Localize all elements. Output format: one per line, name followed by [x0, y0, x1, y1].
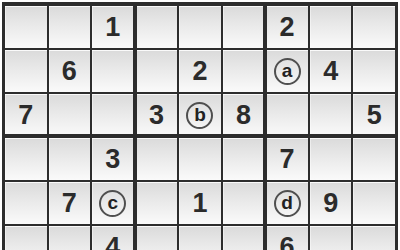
cell-r5c8[interactable]: 9 [310, 182, 352, 224]
circled-letter-b: b [186, 102, 213, 129]
cell-r3c4[interactable]: 3 [136, 94, 178, 136]
given-digit: 8 [236, 100, 251, 131]
given-digit: 7 [18, 100, 33, 131]
cell-r2c9[interactable] [353, 50, 395, 92]
cell-r1c3[interactable]: 1 [92, 6, 134, 48]
given-digit: 3 [105, 144, 120, 175]
given-digit: 5 [367, 100, 382, 131]
cell-r6c8[interactable] [310, 226, 352, 250]
given-digit: 3 [149, 100, 164, 131]
sudoku-screenshot: 1262a473b85377c1d946 [0, 0, 400, 250]
given-digit: 1 [192, 188, 207, 219]
cell-r3c7[interactable] [266, 94, 308, 136]
cell-r5c6[interactable] [223, 182, 265, 224]
cell-r3c8[interactable] [310, 94, 352, 136]
cell-r1c1[interactable] [5, 6, 47, 48]
given-digit: 2 [192, 56, 207, 87]
circled-letter-d: d [274, 190, 301, 217]
cell-r6c5[interactable] [179, 226, 221, 250]
cell-r6c3[interactable]: 4 [92, 226, 134, 250]
cell-r6c4[interactable] [136, 226, 178, 250]
cell-r2c2[interactable]: 6 [49, 50, 91, 92]
cell-r5c7[interactable]: d [266, 182, 308, 224]
given-digit: 9 [323, 188, 338, 219]
cell-r4c8[interactable] [310, 138, 352, 180]
box-separator-vertical-1 [133, 2, 137, 250]
sudoku-grid: 1262a473b85377c1d946 [2, 2, 398, 250]
cell-r2c1[interactable] [5, 50, 47, 92]
cell-r3c9[interactable]: 5 [353, 94, 395, 136]
cell-r3c6[interactable]: 8 [223, 94, 265, 136]
cell-r3c2[interactable] [49, 94, 91, 136]
given-digit: 2 [280, 12, 295, 43]
cell-r6c1[interactable] [5, 226, 47, 250]
sudoku-board: 1262a473b85377c1d946 [2, 2, 398, 250]
cell-r2c5[interactable]: 2 [179, 50, 221, 92]
cell-r1c4[interactable] [136, 6, 178, 48]
cell-r6c2[interactable] [49, 226, 91, 250]
cell-r1c6[interactable] [223, 6, 265, 48]
box-separator-vertical-2 [263, 2, 267, 250]
cell-r1c2[interactable] [49, 6, 91, 48]
cell-r5c2[interactable]: 7 [49, 182, 91, 224]
cell-r1c7[interactable]: 2 [266, 6, 308, 48]
cell-r4c9[interactable] [353, 138, 395, 180]
cell-r5c9[interactable] [353, 182, 395, 224]
given-digit: 6 [280, 232, 295, 250]
cell-r6c9[interactable] [353, 226, 395, 250]
cell-r5c3[interactable]: c [92, 182, 134, 224]
cell-r6c7[interactable]: 6 [266, 226, 308, 250]
cell-r5c4[interactable] [136, 182, 178, 224]
given-digit: 6 [62, 56, 77, 87]
cell-r4c4[interactable] [136, 138, 178, 180]
cell-r2c4[interactable] [136, 50, 178, 92]
cell-r2c8[interactable]: 4 [310, 50, 352, 92]
cell-r1c5[interactable] [179, 6, 221, 48]
cell-r3c1[interactable]: 7 [5, 94, 47, 136]
cell-r3c5[interactable]: b [179, 94, 221, 136]
given-digit: 4 [323, 56, 338, 87]
circled-letter-c: c [99, 190, 126, 217]
cell-r5c1[interactable] [5, 182, 47, 224]
cell-r3c3[interactable] [92, 94, 134, 136]
cell-r4c5[interactable] [179, 138, 221, 180]
cell-r6c6[interactable] [223, 226, 265, 250]
cell-r4c6[interactable] [223, 138, 265, 180]
cell-r2c7[interactable]: a [266, 50, 308, 92]
cell-r4c7[interactable]: 7 [266, 138, 308, 180]
cell-r4c1[interactable] [5, 138, 47, 180]
circled-letter-a: a [274, 58, 301, 85]
cell-r1c9[interactable] [353, 6, 395, 48]
given-digit: 7 [280, 144, 295, 175]
given-digit: 1 [105, 12, 120, 43]
given-digit: 4 [105, 232, 120, 250]
cell-r4c3[interactable]: 3 [92, 138, 134, 180]
cell-r5c5[interactable]: 1 [179, 182, 221, 224]
cell-r2c3[interactable] [92, 50, 134, 92]
box-separator-horizontal-1 [2, 134, 398, 138]
given-digit: 7 [62, 188, 77, 219]
cell-r1c8[interactable] [310, 6, 352, 48]
cell-r2c6[interactable] [223, 50, 265, 92]
cell-r4c2[interactable] [49, 138, 91, 180]
